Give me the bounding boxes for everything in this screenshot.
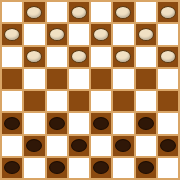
square-r1c8[interactable] (158, 2, 178, 22)
square-r6c6 (113, 113, 133, 133)
square-r2c1[interactable] (2, 24, 22, 44)
square-r2c6 (113, 24, 133, 44)
square-r8c7[interactable] (136, 158, 156, 178)
square-r5c1 (2, 91, 22, 111)
square-r4c4 (69, 69, 89, 89)
checker-piece-dark[interactable] (49, 117, 65, 130)
square-r8c8 (158, 158, 178, 178)
square-r4c2 (24, 69, 44, 89)
checker-piece-light[interactable] (138, 28, 154, 41)
checker-piece-light[interactable] (26, 50, 42, 63)
square-r1c7 (136, 2, 156, 22)
square-r6c2 (24, 113, 44, 133)
square-r4c8 (158, 69, 178, 89)
checker-piece-light[interactable] (71, 6, 87, 19)
square-r2c2 (24, 24, 44, 44)
checker-piece-dark[interactable] (93, 161, 109, 174)
square-r8c6 (113, 158, 133, 178)
checker-piece-light[interactable] (93, 28, 109, 41)
square-r2c4 (69, 24, 89, 44)
square-r8c3[interactable] (47, 158, 67, 178)
square-r7c2[interactable] (24, 136, 44, 156)
checker-piece-light[interactable] (26, 6, 42, 19)
checker-piece-dark[interactable] (160, 139, 176, 152)
checker-piece-dark[interactable] (138, 161, 154, 174)
square-r5c2[interactable] (24, 91, 44, 111)
square-r4c7[interactable] (136, 69, 156, 89)
checker-piece-dark[interactable] (93, 117, 109, 130)
square-r7c3 (47, 136, 67, 156)
square-r1c4[interactable] (69, 2, 89, 22)
square-r8c2 (24, 158, 44, 178)
square-r6c1[interactable] (2, 113, 22, 133)
square-r1c5 (91, 2, 111, 22)
square-r5c5 (91, 91, 111, 111)
checker-piece-light[interactable] (160, 6, 176, 19)
square-r3c7 (136, 47, 156, 67)
square-r3c2[interactable] (24, 47, 44, 67)
checker-piece-light[interactable] (115, 50, 131, 63)
square-r3c6[interactable] (113, 47, 133, 67)
square-r4c5[interactable] (91, 69, 111, 89)
checker-piece-dark[interactable] (26, 139, 42, 152)
square-r2c3[interactable] (47, 24, 67, 44)
square-r1c6[interactable] (113, 2, 133, 22)
checker-piece-dark[interactable] (4, 161, 20, 174)
square-r6c4 (69, 113, 89, 133)
square-r8c5[interactable] (91, 158, 111, 178)
square-r4c1[interactable] (2, 69, 22, 89)
checker-piece-dark[interactable] (49, 161, 65, 174)
square-r5c7 (136, 91, 156, 111)
square-r3c1 (2, 47, 22, 67)
checker-piece-light[interactable] (71, 50, 87, 63)
checker-piece-light[interactable] (160, 50, 176, 63)
square-r6c8 (158, 113, 178, 133)
square-r5c6[interactable] (113, 91, 133, 111)
square-r3c5 (91, 47, 111, 67)
square-r5c3 (47, 91, 67, 111)
checkers-board (0, 0, 180, 180)
square-r6c5[interactable] (91, 113, 111, 133)
checker-piece-light[interactable] (115, 6, 131, 19)
square-r6c7[interactable] (136, 113, 156, 133)
checker-piece-dark[interactable] (71, 139, 87, 152)
square-r7c1 (2, 136, 22, 156)
square-r1c1 (2, 2, 22, 22)
square-r1c3 (47, 2, 67, 22)
square-r5c4[interactable] (69, 91, 89, 111)
square-r2c5[interactable] (91, 24, 111, 44)
square-r7c8[interactable] (158, 136, 178, 156)
square-r2c7[interactable] (136, 24, 156, 44)
square-r6c3[interactable] (47, 113, 67, 133)
checker-piece-dark[interactable] (4, 117, 20, 130)
square-r3c4[interactable] (69, 47, 89, 67)
square-r7c6[interactable] (113, 136, 133, 156)
square-r8c4 (69, 158, 89, 178)
square-r3c8[interactable] (158, 47, 178, 67)
square-r7c4[interactable] (69, 136, 89, 156)
square-r2c8 (158, 24, 178, 44)
checker-piece-light[interactable] (4, 28, 20, 41)
square-r7c5 (91, 136, 111, 156)
square-r4c6 (113, 69, 133, 89)
square-r8c1[interactable] (2, 158, 22, 178)
checker-piece-dark[interactable] (138, 117, 154, 130)
square-r1c2[interactable] (24, 2, 44, 22)
checker-piece-light[interactable] (49, 28, 65, 41)
square-r5c8[interactable] (158, 91, 178, 111)
square-r3c3 (47, 47, 67, 67)
square-r4c3[interactable] (47, 69, 67, 89)
square-r7c7 (136, 136, 156, 156)
checker-piece-dark[interactable] (115, 139, 131, 152)
